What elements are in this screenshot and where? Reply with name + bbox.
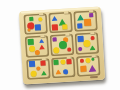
green-square <box>28 39 34 45</box>
lift-notch <box>64 12 69 15</box>
green-square <box>29 17 33 21</box>
green-triangle <box>41 70 47 75</box>
lift-notch <box>40 35 45 38</box>
tile-r3c1[interactable] <box>27 58 50 79</box>
tile-r1c3[interactable] <box>74 11 97 32</box>
purple-triangle <box>88 65 96 72</box>
blue-circle <box>63 70 68 75</box>
purple-square <box>52 38 56 42</box>
tile-r2c1[interactable] <box>25 36 48 57</box>
red-circle <box>80 59 84 63</box>
board-grid <box>24 11 100 79</box>
orange-circle <box>36 67 40 71</box>
orange-square <box>80 65 86 71</box>
yellow-circle <box>83 40 90 47</box>
maker-stamp <box>90 76 98 78</box>
orange-square <box>84 18 91 25</box>
product-photo-scene <box>0 0 120 90</box>
red-circle <box>90 36 94 40</box>
tile-r3c2[interactable] <box>52 57 75 78</box>
blue-square <box>29 61 35 67</box>
blue-square <box>77 24 82 29</box>
orange-triangle <box>55 69 61 74</box>
blue-square <box>35 24 41 30</box>
lift-notch <box>39 13 44 16</box>
purple-square <box>89 13 93 17</box>
red-square <box>41 60 46 65</box>
blue-triangle <box>39 39 44 43</box>
tile-r1c2[interactable] <box>49 12 72 33</box>
tile-r2c3[interactable] <box>75 33 98 54</box>
orange-circle <box>35 50 40 55</box>
yellow-square <box>63 24 68 29</box>
tile-r1c1[interactable] <box>24 14 47 35</box>
blue-triangle <box>51 16 57 21</box>
tile-r2c2[interactable] <box>50 35 73 56</box>
green-circle <box>92 58 95 61</box>
red-circle <box>67 48 71 52</box>
red-triangle <box>39 45 45 50</box>
yellow-circle <box>60 60 65 65</box>
green-triangle <box>89 45 95 50</box>
red-square <box>66 59 71 64</box>
puzzle-board <box>19 7 105 85</box>
tile-r3c3[interactable] <box>77 55 100 76</box>
purple-circle <box>79 47 83 51</box>
yellow-circle <box>53 47 59 53</box>
yellow-circle <box>30 71 36 77</box>
red-square <box>52 25 58 31</box>
green-square <box>54 60 59 65</box>
orange-circle <box>28 29 31 32</box>
yellow-circle <box>38 17 42 21</box>
yellow-circle <box>85 57 90 62</box>
